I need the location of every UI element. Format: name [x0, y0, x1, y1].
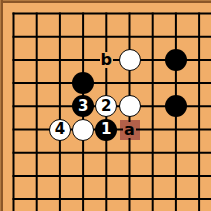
go-board: ab3241 [0, 0, 211, 211]
stone-number: 4 [55, 122, 65, 137]
stone-white [119, 95, 141, 117]
stone-white [119, 49, 141, 71]
stone-number: 2 [101, 99, 111, 114]
board-edge-top [0, 0, 211, 3]
stone-white-move-4: 4 [49, 119, 71, 141]
stone-black-move-1: 1 [95, 119, 117, 141]
stone-number: 3 [78, 99, 88, 114]
point-label-b: b [100, 52, 113, 68]
stone-white [72, 119, 94, 141]
stone-number: 1 [101, 122, 111, 137]
board-edge-left [0, 0, 3, 211]
stone-black [165, 49, 187, 71]
point-label-a: a [123, 122, 136, 138]
